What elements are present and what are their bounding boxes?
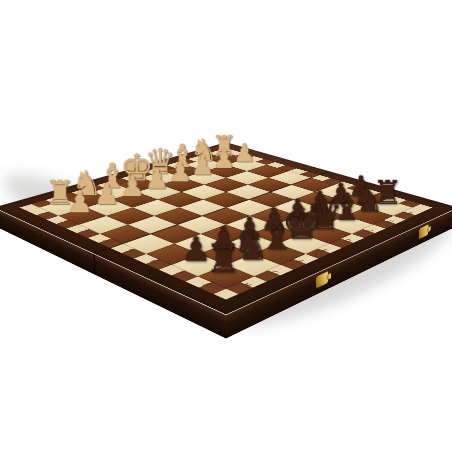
white-p-glyph: ♟ (168, 159, 192, 186)
chess-set-photo: 12345678 ABCDEFGH ♜♞♝♛♚♝♞♜♟♟♟♟♟♟♟♟♟♟♟♟♟♟… (0, 0, 452, 452)
white-p-glyph: ♟ (145, 165, 170, 193)
scene: 12345678 ABCDEFGH ♜♞♝♛♚♝♞♜♟♟♟♟♟♟♟♟♟♟♟♟♟♟… (0, 0, 452, 452)
white-p-glyph: ♟ (233, 140, 256, 165)
brass-latch-icon (418, 224, 428, 239)
brass-latch-icon (316, 271, 329, 289)
black-r-glyph: ♜ (206, 238, 242, 278)
white-p-glyph: ♟ (67, 187, 94, 217)
chess-board: 12345678 ABCDEFGH ♜♞♝♛♚♝♞♜♟♟♟♟♟♟♟♟♟♟♟♟♟♟… (0, 143, 452, 316)
white-p-glyph: ♟ (212, 146, 235, 172)
white-p-glyph: ♟ (120, 172, 145, 200)
white-p-glyph: ♟ (191, 152, 215, 178)
front-panel-seam (93, 254, 96, 275)
white-p-glyph: ♟ (94, 180, 120, 209)
